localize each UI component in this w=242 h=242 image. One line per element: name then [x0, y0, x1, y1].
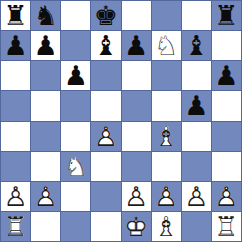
piece-white-rook-fill: ♜	[212, 212, 241, 241]
square-h1[interactable]: ♜♖	[212, 212, 241, 241]
square-e1[interactable]: ♚♔	[122, 212, 151, 241]
square-f8[interactable]	[152, 1, 181, 30]
square-b7[interactable]: ♟	[31, 31, 60, 60]
piece-black-pawn[interactable]: ♟	[122, 31, 151, 60]
piece-black-pawn[interactable]: ♟	[182, 91, 211, 120]
piece-white-rook[interactable]: ♖	[212, 212, 241, 241]
square-a3[interactable]	[1, 152, 30, 181]
square-b8[interactable]: ♞	[31, 1, 60, 30]
piece-white-rook-fill: ♜	[1, 212, 30, 241]
square-g1[interactable]	[182, 212, 211, 241]
piece-white-king-fill: ♚	[122, 212, 151, 241]
piece-white-pawn-fill: ♟	[31, 182, 60, 211]
square-f3[interactable]	[152, 152, 181, 181]
piece-white-pawn-fill: ♟	[91, 122, 120, 151]
square-a8[interactable]: ♜	[1, 1, 30, 30]
square-e5[interactable]	[122, 91, 151, 120]
piece-white-bishop[interactable]: ♗	[152, 212, 181, 241]
square-g7[interactable]: ♝	[182, 31, 211, 60]
square-f6[interactable]	[152, 61, 181, 90]
square-g6[interactable]	[182, 61, 211, 90]
square-h3[interactable]	[212, 152, 241, 181]
piece-white-pawn[interactable]: ♙	[31, 182, 60, 211]
piece-white-pawn[interactable]: ♙	[1, 182, 30, 211]
piece-white-pawn[interactable]: ♙	[91, 122, 120, 151]
piece-white-pawn-fill: ♟	[152, 182, 181, 211]
piece-white-knight-fill: ♞	[152, 31, 181, 60]
piece-black-rook[interactable]: ♜	[1, 1, 30, 30]
piece-white-pawn-fill: ♟	[212, 182, 241, 211]
piece-white-knight[interactable]: ♘	[152, 31, 181, 60]
square-b3[interactable]	[31, 152, 60, 181]
square-d6[interactable]	[91, 61, 120, 90]
square-f4[interactable]: ♝♗	[152, 122, 181, 151]
square-a1[interactable]: ♜♖	[1, 212, 30, 241]
square-f5[interactable]	[152, 91, 181, 120]
square-h4[interactable]	[212, 122, 241, 151]
piece-white-king[interactable]: ♔	[122, 212, 151, 241]
square-b6[interactable]	[31, 61, 60, 90]
square-a2[interactable]: ♟♙	[1, 182, 30, 211]
square-c4[interactable]	[61, 122, 90, 151]
piece-white-pawn-fill: ♟	[122, 182, 151, 211]
square-d1[interactable]	[91, 212, 120, 241]
square-c1[interactable]	[61, 212, 90, 241]
square-g4[interactable]	[182, 122, 211, 151]
square-d5[interactable]	[91, 91, 120, 120]
square-f7[interactable]: ♞♘	[152, 31, 181, 60]
piece-black-pawn[interactable]: ♟	[1, 31, 30, 60]
piece-white-bishop[interactable]: ♗	[152, 122, 181, 151]
piece-white-pawn[interactable]: ♙	[182, 182, 211, 211]
square-g5[interactable]: ♟	[182, 91, 211, 120]
piece-black-king[interactable]: ♚	[91, 1, 120, 30]
piece-black-knight[interactable]: ♞	[31, 1, 60, 30]
piece-white-bishop-fill: ♝	[152, 122, 181, 151]
square-h7[interactable]	[212, 31, 241, 60]
piece-white-rook[interactable]: ♖	[1, 212, 30, 241]
square-a5[interactable]	[1, 91, 30, 120]
square-g8[interactable]	[182, 1, 211, 30]
square-a7[interactable]: ♟	[1, 31, 30, 60]
square-c8[interactable]	[61, 1, 90, 30]
chess-board: ♜♞♚♜♟♟♝♟♞♘♝♟♟♟♟♙♝♗♞♘♟♙♟♙♟♙♟♙♟♙♟♙♜♖♚♔♝♗♜♖	[0, 0, 242, 242]
square-a6[interactable]	[1, 61, 30, 90]
square-b2[interactable]: ♟♙	[31, 182, 60, 211]
square-d8[interactable]: ♚	[91, 1, 120, 30]
square-e7[interactable]: ♟	[122, 31, 151, 60]
piece-white-knight-fill: ♞	[61, 152, 90, 181]
square-h5[interactable]	[212, 91, 241, 120]
square-c5[interactable]	[61, 91, 90, 120]
square-c2[interactable]	[61, 182, 90, 211]
square-h2[interactable]: ♟♙	[212, 182, 241, 211]
square-c3[interactable]: ♞♘	[61, 152, 90, 181]
square-h8[interactable]: ♜	[212, 1, 241, 30]
square-e2[interactable]: ♟♙	[122, 182, 151, 211]
piece-black-pawn[interactable]: ♟	[212, 61, 241, 90]
square-e4[interactable]	[122, 122, 151, 151]
square-c6[interactable]: ♟	[61, 61, 90, 90]
square-e6[interactable]	[122, 61, 151, 90]
square-g3[interactable]	[182, 152, 211, 181]
square-d3[interactable]	[91, 152, 120, 181]
square-h6[interactable]: ♟	[212, 61, 241, 90]
square-d4[interactable]: ♟♙	[91, 122, 120, 151]
square-c7[interactable]	[61, 31, 90, 60]
piece-black-pawn[interactable]: ♟	[31, 31, 60, 60]
piece-black-rook[interactable]: ♜	[212, 1, 241, 30]
square-d2[interactable]	[91, 182, 120, 211]
square-f2[interactable]: ♟♙	[152, 182, 181, 211]
square-b5[interactable]	[31, 91, 60, 120]
piece-white-pawn-fill: ♟	[182, 182, 211, 211]
square-d7[interactable]: ♝	[91, 31, 120, 60]
piece-white-pawn-fill: ♟	[1, 182, 30, 211]
square-b4[interactable]	[31, 122, 60, 151]
piece-black-bishop[interactable]: ♝	[91, 31, 120, 60]
square-e3[interactable]	[122, 152, 151, 181]
square-f1[interactable]: ♝♗	[152, 212, 181, 241]
square-a4[interactable]	[1, 122, 30, 151]
piece-white-pawn[interactable]: ♙	[152, 182, 181, 211]
square-e8[interactable]	[122, 1, 151, 30]
square-g2[interactable]: ♟♙	[182, 182, 211, 211]
piece-black-bishop[interactable]: ♝	[182, 31, 211, 60]
piece-white-pawn[interactable]: ♙	[212, 182, 241, 211]
piece-white-bishop-fill: ♝	[152, 212, 181, 241]
square-b1[interactable]	[31, 212, 60, 241]
piece-white-knight[interactable]: ♘	[61, 152, 90, 181]
piece-white-pawn[interactable]: ♙	[122, 182, 151, 211]
piece-black-pawn[interactable]: ♟	[61, 61, 90, 90]
